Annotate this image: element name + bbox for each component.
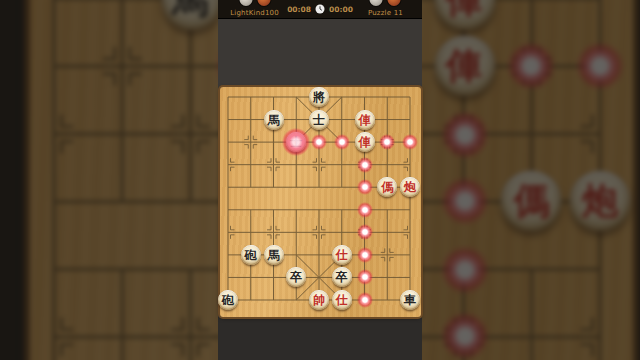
piece-character: 俥	[359, 136, 371, 148]
piece-black-cannon[interactable]: 砲	[241, 245, 261, 265]
move-hint-dot[interactable]	[357, 247, 373, 263]
piece-red-general[interactable]: 帥	[309, 290, 329, 310]
move-hint-dot[interactable]	[334, 134, 350, 150]
clock-icon	[315, 4, 325, 16]
move-hint-dot[interactable]	[311, 134, 327, 150]
piece-character: 卒	[336, 271, 348, 283]
piece-character: 傌	[381, 181, 393, 193]
move-hint-dot[interactable]	[357, 179, 373, 195]
piece-red-advisor[interactable]: 仕	[332, 290, 352, 310]
piece-character: 馬	[268, 249, 280, 261]
game-timers: 00:08 00:00	[287, 0, 353, 19]
piece-black-advisor[interactable]: 士	[309, 110, 329, 130]
move-hint-dot[interactable]	[357, 202, 373, 218]
piece-character: 仕	[336, 249, 348, 261]
piece-black-cannon[interactable]: 砲	[218, 290, 238, 310]
app-screenshot: 將馬士俥士俥傌炮砲馬仕卒卒砲帥仕車 LightKind100 00:08 00:…	[0, 0, 640, 360]
puzzle-label: Puzzle 11	[353, 9, 418, 17]
piece-character: 馬	[268, 114, 280, 126]
top-bar: LightKind100 00:08 00:00 Puzzle 11	[218, 0, 422, 19]
piece-character: 士	[313, 114, 325, 126]
piece-character: 卒	[290, 271, 302, 283]
piece-black-horse[interactable]: 馬	[264, 110, 284, 130]
timer-right: 00:00	[329, 5, 353, 14]
player-flag-icon	[257, 0, 270, 6]
piece-character: 將	[313, 91, 325, 103]
move-hint-dot[interactable]	[357, 224, 373, 240]
below-board-area	[218, 317, 422, 360]
opponent-avatar[interactable]	[370, 0, 383, 6]
move-hint-dot[interactable]	[357, 292, 373, 308]
piece-black-general[interactable]: 將	[309, 87, 329, 107]
piece-red-chariot[interactable]: 俥	[355, 132, 375, 152]
piece-black-chariot[interactable]: 車	[400, 290, 420, 310]
opponent-flag-icon	[388, 0, 401, 6]
piece-character: 俥	[359, 114, 371, 126]
player-name: LightKind100	[222, 9, 287, 17]
move-hint-dot[interactable]	[357, 157, 373, 173]
timer-left: 00:08	[287, 5, 311, 14]
piece-character: 仕	[336, 294, 348, 306]
move-hint-dot[interactable]	[357, 269, 373, 285]
piece-red-advisor[interactable]: 仕	[332, 245, 352, 265]
player-avatar[interactable]	[239, 0, 252, 6]
piece-character: 炮	[404, 181, 416, 193]
piece-character: 砲	[245, 249, 257, 261]
piece-red-chariot[interactable]: 俥	[355, 110, 375, 130]
piece-character: 帥	[313, 294, 325, 306]
xiangqi-board[interactable]: 將馬士俥士俥傌炮砲馬仕卒卒砲帥仕車	[220, 87, 421, 317]
puzzle-info[interactable]: Puzzle 11	[353, 0, 418, 19]
piece-character: 砲	[222, 294, 234, 306]
piece-character: 車	[404, 294, 416, 306]
player-info[interactable]: LightKind100	[222, 0, 287, 19]
move-hint-dot[interactable]	[402, 134, 418, 150]
piece-black-horse[interactable]: 馬	[264, 245, 284, 265]
